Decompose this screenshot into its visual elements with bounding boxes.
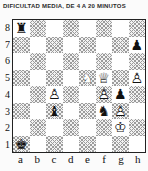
black-pawn-icon: ♟ bbox=[112, 86, 129, 103]
white-pawn-icon: ♟♙ bbox=[96, 86, 113, 103]
square-h8 bbox=[129, 20, 146, 37]
square-e6 bbox=[79, 53, 96, 70]
square-h4 bbox=[129, 86, 146, 103]
square-d7 bbox=[63, 37, 80, 54]
file-labels: abcdefgh bbox=[12, 153, 146, 166]
square-h1 bbox=[129, 136, 146, 153]
square-b4 bbox=[30, 86, 47, 103]
square-a5 bbox=[13, 70, 30, 87]
chess-diagram: 87654321 ♜♟♞♘♛♕♟♙♟♙♟♙♟♝♞♟♙♚♔♚ abcdefgh bbox=[1, 19, 146, 166]
square-g8 bbox=[112, 20, 129, 37]
square-g6 bbox=[112, 53, 129, 70]
square-b8 bbox=[30, 20, 47, 37]
square-d4 bbox=[63, 86, 80, 103]
square-c5 bbox=[46, 70, 63, 87]
black-rook-icon: ♜ bbox=[13, 20, 30, 37]
square-a4 bbox=[13, 86, 30, 103]
square-a8: ♜ bbox=[13, 20, 30, 37]
white-knight-icon: ♞♘ bbox=[79, 70, 96, 87]
square-e4 bbox=[79, 86, 96, 103]
black-bishop-icon: ♝ bbox=[46, 103, 63, 120]
square-d3 bbox=[63, 103, 80, 120]
square-f3: ♞ bbox=[96, 103, 113, 120]
square-a6 bbox=[13, 53, 30, 70]
square-e1 bbox=[79, 136, 96, 153]
square-f2 bbox=[96, 119, 113, 136]
file-label: g bbox=[113, 153, 130, 166]
square-a1: ♚ bbox=[13, 136, 30, 153]
square-b1 bbox=[30, 136, 47, 153]
rank-label: 1 bbox=[1, 136, 12, 153]
file-label: b bbox=[29, 153, 46, 166]
square-e7 bbox=[79, 37, 96, 54]
rank-label: 8 bbox=[1, 19, 12, 36]
square-c2 bbox=[46, 119, 63, 136]
square-f7 bbox=[96, 37, 113, 54]
chess-board: ♜♟♞♘♛♕♟♙♟♙♟♙♟♝♞♟♙♚♔♚ bbox=[12, 19, 146, 153]
square-g5 bbox=[112, 70, 129, 87]
black-pawn-icon: ♟ bbox=[129, 37, 146, 54]
square-c7 bbox=[46, 37, 63, 54]
white-king-icon: ♚♔ bbox=[112, 119, 129, 136]
square-h3 bbox=[129, 103, 146, 120]
square-h2 bbox=[129, 119, 146, 136]
square-h5: ♟♙ bbox=[129, 70, 146, 87]
square-a3 bbox=[13, 103, 30, 120]
rank-labels: 87654321 bbox=[1, 19, 12, 153]
square-d1 bbox=[63, 136, 80, 153]
square-g4: ♟ bbox=[112, 86, 129, 103]
rank-label: 7 bbox=[1, 36, 12, 53]
square-d6 bbox=[63, 53, 80, 70]
square-f4: ♟♙ bbox=[96, 86, 113, 103]
square-c1 bbox=[46, 136, 63, 153]
square-g7 bbox=[112, 37, 129, 54]
white-pawn-icon: ♟♙ bbox=[112, 103, 129, 120]
page-title: DIFICULTAD MEDIA, DE 4 A 20 MINUTOS bbox=[3, 3, 126, 9]
square-g2: ♚♔ bbox=[112, 119, 129, 136]
rank-label: 4 bbox=[1, 86, 12, 103]
file-label: h bbox=[129, 153, 146, 166]
square-b6 bbox=[30, 53, 47, 70]
file-label: e bbox=[79, 153, 96, 166]
file-label: f bbox=[96, 153, 113, 166]
square-h7: ♟ bbox=[129, 37, 146, 54]
square-b7 bbox=[30, 37, 47, 54]
square-d5 bbox=[63, 70, 80, 87]
square-b3 bbox=[30, 103, 47, 120]
square-b2 bbox=[30, 119, 47, 136]
white-queen-icon: ♛♕ bbox=[96, 70, 113, 87]
square-e8 bbox=[79, 20, 96, 37]
file-label: c bbox=[46, 153, 63, 166]
white-pawn-icon: ♟♙ bbox=[129, 70, 146, 87]
square-f8 bbox=[96, 20, 113, 37]
square-c6 bbox=[46, 53, 63, 70]
square-f6 bbox=[96, 53, 113, 70]
square-d8 bbox=[63, 20, 80, 37]
square-f1 bbox=[96, 136, 113, 153]
rank-label: 3 bbox=[1, 103, 12, 120]
square-h6 bbox=[129, 53, 146, 70]
square-c3: ♝ bbox=[46, 103, 63, 120]
square-a7 bbox=[13, 37, 30, 54]
black-king-icon: ♚ bbox=[13, 136, 30, 153]
square-f5: ♛♕ bbox=[96, 70, 113, 87]
square-e3 bbox=[79, 103, 96, 120]
file-label: d bbox=[62, 153, 79, 166]
white-pawn-icon: ♟♙ bbox=[46, 86, 63, 103]
square-e5: ♞♘ bbox=[79, 70, 96, 87]
black-knight-icon: ♞ bbox=[96, 103, 113, 120]
file-label: a bbox=[12, 153, 29, 166]
square-a2 bbox=[13, 119, 30, 136]
square-c4: ♟♙ bbox=[46, 86, 63, 103]
square-g1 bbox=[112, 136, 129, 153]
rank-label: 5 bbox=[1, 69, 12, 86]
square-e2 bbox=[79, 119, 96, 136]
rank-label: 2 bbox=[1, 120, 12, 137]
square-b5 bbox=[30, 70, 47, 87]
square-c8 bbox=[46, 20, 63, 37]
rank-label: 6 bbox=[1, 53, 12, 70]
square-g3: ♟♙ bbox=[112, 103, 129, 120]
square-d2 bbox=[63, 119, 80, 136]
